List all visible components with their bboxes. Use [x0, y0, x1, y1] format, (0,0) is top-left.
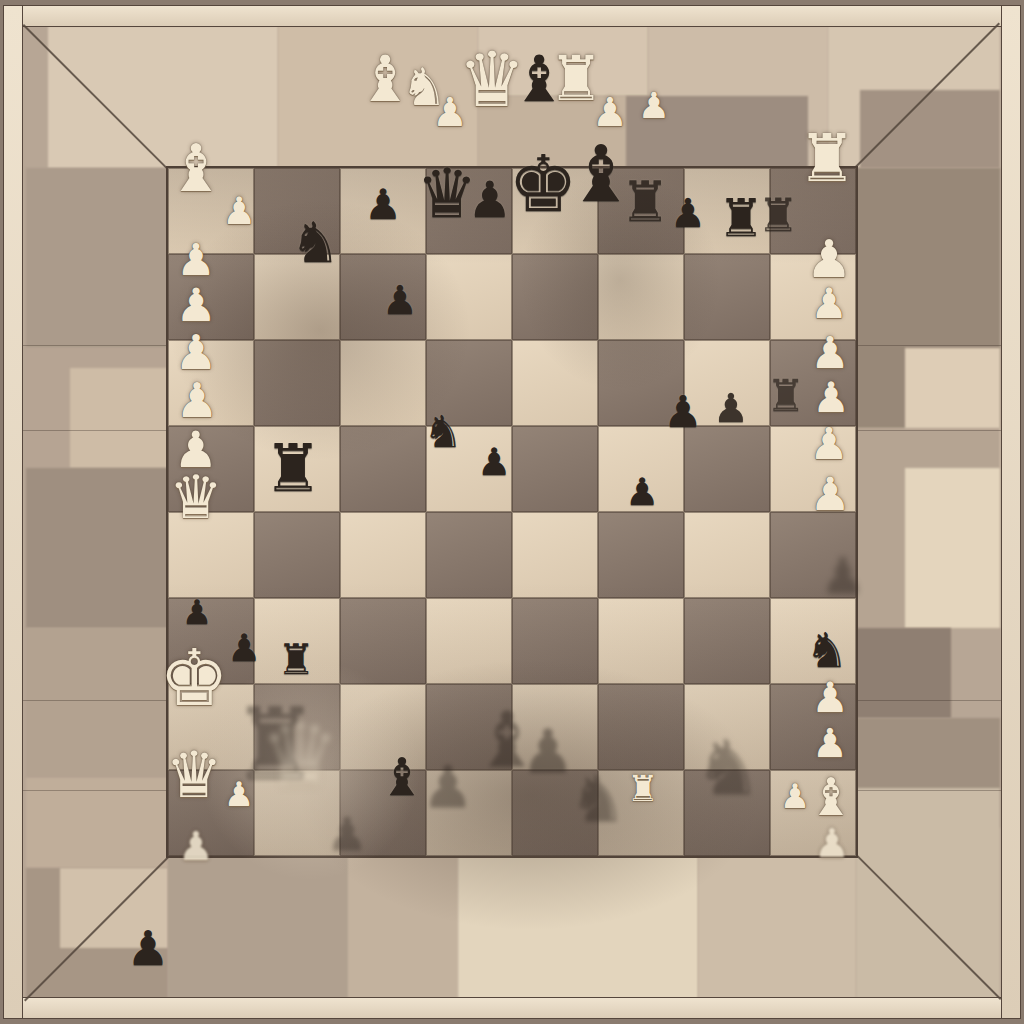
black-pawn[interactable]: ♟	[227, 629, 261, 667]
white-rook[interactable]: ♜	[797, 126, 856, 192]
apron-patch	[26, 628, 168, 778]
square-e6[interactable]	[512, 340, 598, 426]
apron-patch	[26, 778, 168, 868]
black-pawn[interactable]: ♟	[625, 473, 659, 511]
apron-patch	[860, 90, 1000, 168]
white-bishop[interactable]: ♝	[808, 771, 855, 823]
apron-patch	[26, 168, 168, 348]
square-f3[interactable]	[598, 598, 684, 684]
apron-patch	[26, 468, 168, 628]
black-pawn[interactable]: ♟	[182, 595, 212, 629]
square-b1[interactable]	[254, 770, 340, 856]
apron-patch	[348, 856, 458, 1000]
black-pawn[interactable]: ♟	[663, 390, 702, 434]
square-e3[interactable]	[512, 598, 598, 684]
black-pawn[interactable]: ♟	[670, 193, 706, 233]
white-pawn[interactable]: ♟	[174, 328, 217, 376]
square-d3[interactable]	[426, 598, 512, 684]
frame-left	[4, 6, 22, 1018]
white-queen[interactable]: ♛	[165, 743, 222, 807]
square-d4[interactable]	[426, 512, 512, 598]
square-g3[interactable]	[684, 598, 770, 684]
square-e2[interactable]	[512, 684, 598, 770]
square-g2[interactable]	[684, 684, 770, 770]
white-pawn[interactable]: ♟	[224, 777, 254, 811]
white-pawn[interactable]: ♟	[175, 282, 216, 328]
square-g1[interactable]	[684, 770, 770, 856]
white-pawn[interactable]: ♟	[638, 88, 670, 124]
apron-patch	[856, 628, 951, 718]
frame-bottom	[4, 998, 1018, 1018]
square-e5[interactable]	[512, 426, 598, 512]
apron-patch	[856, 788, 1000, 1000]
square-h4[interactable]	[770, 512, 856, 598]
square-g7[interactable]	[684, 254, 770, 340]
white-pawn[interactable]: ♟	[811, 677, 849, 719]
apron-patch	[698, 856, 856, 1000]
square-e4[interactable]	[512, 512, 598, 598]
black-knight[interactable]: ♞	[805, 626, 848, 674]
white-pawn[interactable]: ♟	[176, 238, 215, 282]
white-queen[interactable]: ♛	[169, 467, 223, 527]
square-b2[interactable]	[254, 684, 340, 770]
square-g5[interactable]	[684, 426, 770, 512]
black-pawn[interactable]: ♟	[382, 280, 418, 320]
black-bishop[interactable]: ♝	[379, 751, 426, 803]
white-pawn[interactable]: ♟	[814, 823, 850, 863]
white-rook[interactable]: ♜	[627, 771, 659, 807]
black-rook[interactable]: ♜	[277, 639, 315, 681]
black-rook[interactable]: ♜	[620, 174, 670, 230]
square-e1[interactable]	[512, 770, 598, 856]
square-b6[interactable]	[254, 340, 340, 426]
black-pawn[interactable]: ♟	[126, 924, 169, 972]
black-rook[interactable]: ♜	[766, 374, 805, 418]
black-pawn[interactable]: ♟	[713, 388, 749, 428]
white-pawn[interactable]: ♟	[809, 422, 848, 466]
square-b4[interactable]	[254, 512, 340, 598]
square-d7[interactable]	[426, 254, 512, 340]
square-f4[interactable]	[598, 512, 684, 598]
white-pawn[interactable]: ♟	[810, 283, 848, 325]
black-knight[interactable]: ♞	[290, 215, 340, 271]
chess-board[interactable]	[168, 168, 856, 856]
white-pawn[interactable]: ♟	[810, 331, 849, 375]
white-pawn[interactable]: ♟	[178, 826, 214, 866]
square-f7[interactable]	[598, 254, 684, 340]
square-d1[interactable]	[426, 770, 512, 856]
apron-patch	[905, 468, 1000, 628]
square-c4[interactable]	[340, 512, 426, 598]
square-c5[interactable]	[340, 426, 426, 512]
white-bishop[interactable]: ♝	[166, 136, 225, 202]
square-e7[interactable]	[512, 254, 598, 340]
square-f2[interactable]	[598, 684, 684, 770]
black-pawn[interactable]: ♟	[477, 443, 511, 481]
apron-patch	[70, 368, 168, 468]
frame-top	[4, 6, 1018, 26]
chessboard-artwork: ♝♞♟♛♝♜♟♟♟♛♟♚♝♜♟♜♜♞♟♜♞♟♟♟♜♟♟♜♟♝♞♟♝♟♟♟♟♟♟♛…	[0, 0, 1024, 1024]
white-pawn[interactable]: ♟	[806, 233, 853, 285]
square-c3[interactable]	[340, 598, 426, 684]
white-pawn[interactable]: ♟	[175, 376, 218, 424]
apron-patch	[458, 856, 698, 1000]
apron-patch	[48, 26, 278, 168]
black-pawn[interactable]: ♟	[364, 184, 402, 226]
black-rook[interactable]: ♜	[263, 436, 322, 502]
white-pawn[interactable]: ♟	[812, 723, 848, 763]
white-pawn[interactable]: ♟	[222, 192, 256, 230]
black-pawn[interactable]: ♟	[468, 175, 513, 225]
white-pawn[interactable]: ♟	[812, 377, 850, 419]
white-pawn[interactable]: ♟	[809, 471, 850, 517]
square-g4[interactable]	[684, 512, 770, 598]
frame-right	[1002, 6, 1020, 1018]
white-pawn[interactable]: ♟	[780, 779, 810, 813]
square-d2[interactable]	[426, 684, 512, 770]
white-pawn[interactable]: ♟	[592, 92, 628, 132]
black-rook[interactable]: ♜	[757, 192, 798, 238]
square-c6[interactable]	[340, 340, 426, 426]
apron-patch	[168, 856, 348, 1000]
black-knight[interactable]: ♞	[423, 410, 462, 454]
white-king[interactable]: ♚	[159, 639, 229, 717]
